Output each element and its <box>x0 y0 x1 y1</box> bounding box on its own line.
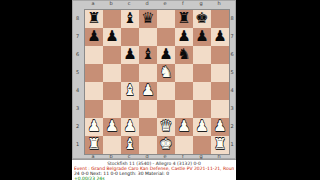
chess-board-frame: abcdefgh abcdefgh 87654321 87654321 ♜♝♛♜… <box>72 0 236 159</box>
square-c6: ♟ <box>121 46 139 64</box>
square-c1: ♝ <box>121 136 139 154</box>
square-b1 <box>103 136 121 154</box>
square-e6: ♟ <box>157 46 175 64</box>
square-a2: ♟ <box>85 118 103 136</box>
engine-eval-line: +0.00/23 24s <box>74 176 234 180</box>
square-a6 <box>85 46 103 64</box>
white-bishop-piece: ♝ <box>121 82 139 100</box>
white-queen-piece: ♛ <box>157 118 175 136</box>
square-h7: ♟ <box>211 28 229 46</box>
square-e2: ♛ <box>157 118 175 136</box>
black-rook-piece: ♜ <box>175 10 193 28</box>
square-h2: ♟ <box>211 118 229 136</box>
square-d7 <box>139 28 157 46</box>
white-rook-piece: ♜ <box>85 136 103 154</box>
square-a1: ♜ <box>85 136 103 154</box>
rank-label-7: 7 <box>72 27 83 45</box>
square-g4 <box>193 82 211 100</box>
video-thumbnail: abcdefgh abcdefgh 87654321 87654321 ♜♝♛♜… <box>0 0 320 180</box>
square-h4 <box>211 82 229 100</box>
square-d4: ♟ <box>139 82 157 100</box>
file-label-f: f <box>174 1 192 9</box>
rank-label-5: 5 <box>72 63 83 81</box>
white-rook-piece: ♜ <box>211 136 229 154</box>
square-b5 <box>103 64 121 82</box>
white-knight-piece: ♞ <box>157 64 175 82</box>
square-h5 <box>211 64 229 82</box>
square-h6 <box>211 46 229 64</box>
square-e5: ♞ <box>157 64 175 82</box>
square-e1: ♚ <box>157 136 175 154</box>
rank-label-6: 6 <box>72 45 83 63</box>
file-label-a: a <box>84 1 102 9</box>
square-c5 <box>121 64 139 82</box>
square-c4: ♝ <box>121 82 139 100</box>
square-a7: ♟ <box>85 28 103 46</box>
rank-labels-left: 87654321 <box>72 9 83 153</box>
file-label-h: h <box>210 1 228 9</box>
black-king-piece: ♚ <box>193 10 211 28</box>
square-g5 <box>193 64 211 82</box>
white-king-piece: ♚ <box>157 136 175 154</box>
white-pawn-piece: ♟ <box>193 118 211 136</box>
chess-board: ♜♝♛♜♚♟♟♟♟♟♟♝♟♞♞♝♟♟♟♟♛♟♟♟♜♝♚♜ <box>84 9 230 155</box>
square-e7 <box>157 28 175 46</box>
square-f5 <box>175 64 193 82</box>
square-g7: ♟ <box>193 28 211 46</box>
square-f7: ♟ <box>175 28 193 46</box>
left-letterbox-bar <box>0 0 72 180</box>
square-f6: ♞ <box>175 46 193 64</box>
square-b6 <box>103 46 121 64</box>
square-d3 <box>139 100 157 118</box>
file-label-b: b <box>102 1 120 9</box>
black-pawn-piece: ♟ <box>211 28 229 46</box>
square-b4 <box>103 82 121 100</box>
square-f2: ♟ <box>175 118 193 136</box>
right-letterbox-bar <box>236 0 320 180</box>
square-c8: ♝ <box>121 10 139 28</box>
square-d6: ♝ <box>139 46 157 64</box>
square-g1 <box>193 136 211 154</box>
white-pawn-piece: ♟ <box>211 118 229 136</box>
rank-label-3: 3 <box>72 99 83 117</box>
square-f1 <box>175 136 193 154</box>
square-g2: ♟ <box>193 118 211 136</box>
white-pawn-piece: ♟ <box>103 118 121 136</box>
square-d2 <box>139 118 157 136</box>
black-pawn-piece: ♟ <box>121 46 139 64</box>
black-pawn-piece: ♟ <box>157 46 175 64</box>
square-b2: ♟ <box>103 118 121 136</box>
rank-label-1: 1 <box>72 135 83 153</box>
black-queen-piece: ♛ <box>139 10 157 28</box>
white-bishop-piece: ♝ <box>121 136 139 154</box>
square-c7 <box>121 28 139 46</box>
square-e8 <box>157 10 175 28</box>
square-a8: ♜ <box>85 10 103 28</box>
square-b3 <box>103 100 121 118</box>
square-a4 <box>85 82 103 100</box>
square-g3 <box>193 100 211 118</box>
rank-label-2: 2 <box>72 117 83 135</box>
file-label-e: e <box>156 1 174 9</box>
square-h8 <box>211 10 229 28</box>
square-h1: ♜ <box>211 136 229 154</box>
rank-label-8: 8 <box>72 9 83 27</box>
square-g6 <box>193 46 211 64</box>
square-e3 <box>157 100 175 118</box>
black-knight-piece: ♞ <box>175 46 193 64</box>
square-a3 <box>85 100 103 118</box>
black-bishop-piece: ♝ <box>121 10 139 28</box>
square-c3 <box>121 100 139 118</box>
square-f3 <box>175 100 193 118</box>
square-d8: ♛ <box>139 10 157 28</box>
black-pawn-piece: ♟ <box>175 28 193 46</box>
black-rook-piece: ♜ <box>85 10 103 28</box>
square-f8: ♜ <box>175 10 193 28</box>
white-pawn-piece: ♟ <box>85 118 103 136</box>
game-info-bar: Stockfish 11 (3540) - Allegro 4 (3132) 0… <box>72 159 236 180</box>
square-h3 <box>211 100 229 118</box>
white-pawn-piece: ♟ <box>139 82 157 100</box>
file-label-d: d <box>138 1 156 9</box>
white-pawn-piece: ♟ <box>175 118 193 136</box>
black-bishop-piece: ♝ <box>139 46 157 64</box>
file-labels-top: abcdefgh <box>84 1 228 9</box>
square-d1 <box>139 136 157 154</box>
black-pawn-piece: ♟ <box>85 28 103 46</box>
square-g8: ♚ <box>193 10 211 28</box>
square-f4 <box>175 82 193 100</box>
black-pawn-piece: ♟ <box>193 28 211 46</box>
square-d5 <box>139 64 157 82</box>
file-label-g: g <box>192 1 210 9</box>
square-e4 <box>157 82 175 100</box>
file-label-c: c <box>120 1 138 9</box>
square-c2: ♟ <box>121 118 139 136</box>
square-a5 <box>85 64 103 82</box>
square-b8 <box>103 10 121 28</box>
square-b7: ♟ <box>103 28 121 46</box>
white-pawn-piece: ♟ <box>121 118 139 136</box>
black-pawn-piece: ♟ <box>103 28 121 46</box>
rank-label-4: 4 <box>72 81 83 99</box>
